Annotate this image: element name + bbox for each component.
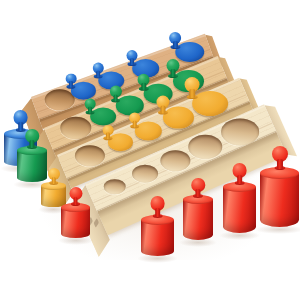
empty-hole: [132, 165, 158, 183]
cylinder-body: [260, 173, 299, 227]
socket-yellow-2[interactable]: [108, 134, 133, 152]
socket-yellow-3[interactable]: [134, 121, 161, 140]
empty-hole: [160, 150, 190, 171]
cylinder-yellow-2[interactable]: [108, 134, 133, 152]
socket-green-2[interactable]: [90, 107, 116, 125]
cylinder-yellow-4[interactable]: [163, 107, 194, 129]
cylinder-blue-5[interactable]: [175, 42, 204, 62]
cylinder-yellow-3[interactable]: [134, 121, 161, 140]
cylinder-body: [183, 199, 213, 240]
empty-hole: [188, 135, 222, 159]
socket-blue-5[interactable]: [175, 42, 204, 62]
cylinder-green-3[interactable]: [116, 96, 144, 116]
socket-blue-2[interactable]: [71, 82, 96, 100]
cylinder-body: [141, 220, 174, 256]
socket-green-3[interactable]: [116, 96, 144, 116]
cylinder-top-disc: [134, 121, 161, 140]
cylinder-body: [61, 207, 90, 238]
empty-hole: [104, 179, 126, 194]
cylinder-top-disc: [163, 107, 194, 129]
socket-red-2[interactable]: [132, 165, 158, 183]
cylinder-blue-2[interactable]: [71, 82, 96, 100]
socket-red-4[interactable]: [188, 135, 222, 159]
loose-cylinder-red-4[interactable]: [223, 163, 256, 237]
cylinder-blocks-scene: [0, 0, 300, 300]
empty-hole: [75, 145, 105, 166]
cylinder-body: [223, 187, 256, 233]
loose-cylinder-red-1[interactable]: [61, 187, 90, 242]
loose-cylinder-red-2[interactable]: [141, 196, 174, 260]
loose-cylinder-red-3[interactable]: [183, 178, 213, 244]
socket-yellow-1[interactable]: [75, 145, 105, 166]
wood-stamp-mark: [94, 218, 99, 228]
socket-red-1[interactable]: [104, 179, 126, 194]
cylinder-top-disc: [116, 96, 144, 116]
socket-red-3[interactable]: [160, 150, 190, 171]
cylinder-green-2[interactable]: [90, 107, 116, 125]
loose-cylinder-red-5[interactable]: [260, 146, 299, 231]
socket-yellow-4[interactable]: [163, 107, 194, 129]
cylinder-top-disc: [90, 107, 116, 125]
